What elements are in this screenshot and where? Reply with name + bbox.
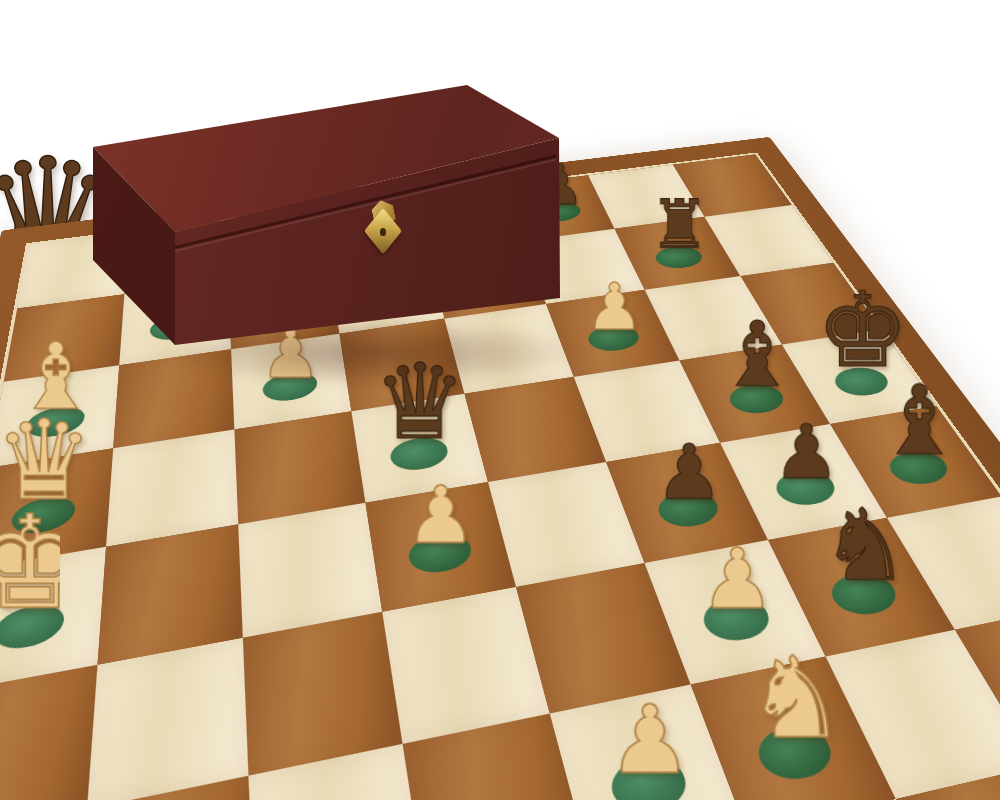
box-clasp-keyhole [380,228,386,236]
square-e2: ♟ [550,684,748,800]
box-clasp-icon [360,198,406,262]
piece-black-rook: ♜ [949,594,1000,694]
square-a3 [0,665,98,800]
piece-white-pawn: ♟ [624,537,849,620]
square-shading [0,665,98,800]
piece-black-rook: ♜ [599,191,759,258]
piece-white-pawn: ♟ [522,692,777,786]
square-d4: ♟ [365,482,516,612]
square-b3 [87,638,248,800]
piece-white-pawn: ♟ [334,475,547,554]
piece-white-king: ♚ [0,499,142,628]
wooden-storage-box [88,78,570,358]
square-shading [87,638,248,800]
